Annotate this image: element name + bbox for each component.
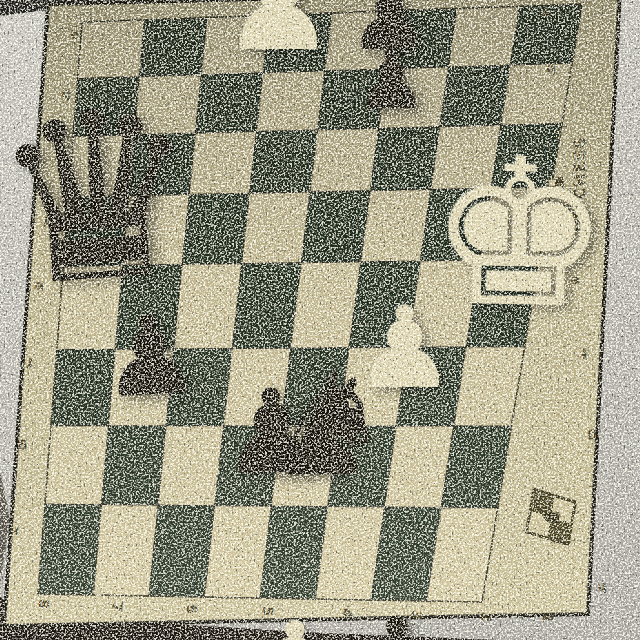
- file-label-right-g: g: [587, 429, 598, 445]
- us-chess-wordmark-text: US CHESS: [570, 136, 589, 234]
- file-label-right-h: h: [597, 580, 608, 596]
- file-label-left-d: d: [42, 214, 53, 230]
- rank-label-bottom-6: 6: [184, 603, 201, 614]
- rank-label-bottom-4: 4: [339, 607, 356, 618]
- rank-label-bottom-1: 1: [540, 612, 557, 623]
- rank-label-bottom-2: 2: [479, 611, 496, 622]
- rank-label-bottom-3: 3: [409, 609, 426, 620]
- file-label-left-g: g: [16, 439, 27, 455]
- us-chess-shield-icon: [547, 177, 564, 195]
- rank-label-bottom-5: 5: [260, 605, 277, 616]
- file-label-right-a: a: [540, 6, 550, 22]
- file-label-left-h: h: [8, 522, 19, 538]
- chessboard-photo: US CHESS ♞ abcdefghabcdefgh87654321 ♟♟♟♛…: [0, 0, 640, 640]
- file-label-right-f: f: [581, 345, 588, 360]
- rank-label-bottom-8: 8: [36, 598, 53, 609]
- file-label-right-c: c: [554, 127, 563, 143]
- rank-label-bottom-7: 7: [109, 601, 126, 612]
- board-graphic: [0, 0, 640, 640]
- file-label-right-d: d: [562, 200, 573, 216]
- file-label-left-e: e: [34, 279, 45, 295]
- file-label-right-e: e: [570, 273, 580, 289]
- us-chess-wordmark: US CHESS: [547, 136, 589, 235]
- knight-logo-icon: ♞: [536, 502, 567, 531]
- file-label-right-b: b: [546, 62, 557, 78]
- file-label-left-a: a: [69, 28, 80, 44]
- file-label-left-b: b: [60, 87, 71, 103]
